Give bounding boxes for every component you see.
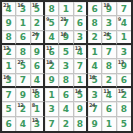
cage-sum: 21: [3, 2, 9, 8]
cell-r2c9[interactable]: 94: [117, 16, 131, 30]
cell-r8c2[interactable]: 122: [16, 102, 30, 116]
cell-digit: 3: [106, 19, 112, 28]
cell-r3c2[interactable]: 6: [16, 31, 30, 45]
cell-r9c9[interactable]: 5: [117, 117, 131, 131]
cell-digit: 4: [92, 62, 98, 71]
cell-r6c1[interactable]: 163: [2, 74, 16, 88]
cell-r6c2[interactable]: 7: [16, 74, 30, 88]
cell-digit: 3: [77, 33, 83, 42]
cell-digit: 1: [63, 5, 69, 14]
cell-digit: 6: [92, 5, 98, 14]
cell-r7c4[interactable]: 1: [45, 88, 59, 102]
cell-digit: 7: [77, 62, 83, 71]
cell-r4c4[interactable]: 116: [45, 45, 59, 59]
cell-r7c6[interactable]: 145: [74, 88, 88, 102]
cell-r2c6[interactable]: 6: [74, 16, 88, 30]
cell-r1c7[interactable]: 6: [88, 2, 102, 16]
cell-digit: 6: [6, 120, 12, 129]
cell-r1c3[interactable]: 155: [31, 2, 45, 16]
cell-digit: 3: [49, 105, 55, 114]
cell-digit: 7: [121, 5, 127, 14]
cell-r1c8[interactable]: 189: [102, 2, 116, 16]
cell-r4c7[interactable]: 1: [88, 45, 102, 59]
cage-sum: 15: [32, 88, 38, 94]
cell-r3c4[interactable]: 4: [45, 31, 59, 45]
cell-r7c1[interactable]: 7: [2, 88, 16, 102]
cell-r8c5[interactable]: 4: [59, 102, 73, 116]
cell-digit: 7: [106, 48, 112, 57]
cage-sum: 9: [46, 16, 49, 22]
cell-digit: 9: [34, 48, 40, 57]
cage-sum: 11: [103, 88, 109, 94]
cell-digit: 6: [121, 76, 127, 85]
cell-r3c3[interactable]: 247: [31, 31, 45, 45]
cell-r6c6[interactable]: 1: [74, 74, 88, 88]
cell-r1c1[interactable]: 214: [2, 2, 16, 16]
cage-sum: 15: [118, 88, 124, 94]
cell-digit: 9: [49, 76, 55, 85]
cell-digit: 8: [49, 5, 55, 14]
cell-r1c5[interactable]: 1: [59, 2, 73, 16]
cell-digit: 9: [20, 91, 26, 100]
cell-digit: 9: [77, 105, 83, 114]
cell-digit: 8: [92, 19, 98, 28]
cell-r4c2[interactable]: 8: [16, 45, 30, 59]
cell-digit: 8: [121, 105, 127, 114]
cell-digit: 9: [6, 19, 12, 28]
cell-r7c9[interactable]: 152: [117, 88, 131, 102]
cell-r3c7[interactable]: 2: [88, 31, 102, 45]
killer-sudoku-board: 2141631558126189791295217683948624741693…: [0, 0, 133, 133]
cell-r9c8[interactable]: 1: [102, 117, 116, 131]
cell-r8c3[interactable]: 81: [31, 102, 45, 116]
cell-r6c8[interactable]: 2: [102, 74, 116, 88]
cage-sum: 27: [17, 59, 23, 65]
cell-digit: 8: [77, 120, 83, 129]
cage-sum: 10: [89, 74, 95, 80]
cell-r4c5[interactable]: 5: [59, 45, 73, 59]
cell-r7c2[interactable]: 9: [16, 88, 30, 102]
cell-r7c3[interactable]: 158: [31, 88, 45, 102]
cell-r2c8[interactable]: 3: [102, 16, 116, 30]
cell-digit: 5: [121, 120, 127, 129]
cell-r1c2[interactable]: 163: [16, 2, 30, 16]
cell-r9c2[interactable]: 4: [16, 117, 30, 131]
cell-r4c1[interactable]: 132: [2, 45, 16, 59]
cell-r5c8[interactable]: 8: [102, 59, 116, 73]
cell-digit: 8: [20, 48, 26, 57]
cell-digit: 3: [121, 48, 127, 57]
cage-sum: 16: [3, 74, 9, 80]
cell-r8c6[interactable]: 9: [74, 102, 88, 116]
cell-r9c3[interactable]: 133: [31, 117, 45, 131]
cell-digit: 4: [63, 105, 69, 114]
cell-r3c9[interactable]: 1: [117, 31, 131, 45]
cell-digit: 2: [77, 5, 83, 14]
cell-r9c7[interactable]: 9: [88, 117, 102, 131]
cell-r6c7[interactable]: 105: [88, 74, 102, 88]
cage-sum: 8: [32, 102, 35, 108]
cage-sum: 13: [3, 45, 9, 51]
cell-r2c7[interactable]: 8: [88, 16, 102, 30]
cell-r6c3[interactable]: 4: [31, 74, 45, 88]
cell-r1c9[interactable]: 7: [117, 2, 131, 16]
cell-digit: 5: [49, 19, 55, 28]
cell-digit: 3: [63, 62, 69, 71]
cell-r1c6[interactable]: 2: [74, 2, 88, 16]
cell-r9c6[interactable]: 8: [74, 117, 88, 131]
cell-r8c8[interactable]: 6: [102, 102, 116, 116]
cell-digit: 2: [63, 120, 69, 129]
cage-sum: 18: [103, 2, 109, 8]
cell-r3c8[interactable]: 245: [102, 31, 116, 45]
cage-sum: 24: [89, 102, 95, 108]
cage-sum: 9: [118, 16, 121, 22]
cage-sum: 24: [32, 31, 38, 37]
cell-digit: 5: [6, 105, 12, 114]
cell-digit: 1: [77, 76, 83, 85]
cell-r6c4[interactable]: 9: [45, 74, 59, 88]
cell-digit: 1: [106, 120, 112, 129]
cell-r7c8[interactable]: 114: [102, 88, 116, 102]
cell-r8c9[interactable]: 8: [117, 102, 131, 116]
cell-r4c3[interactable]: 9: [31, 45, 45, 59]
cage-sum: 21: [60, 16, 66, 22]
cell-digit: 2: [34, 19, 40, 28]
cell-digit: 4: [34, 76, 40, 85]
cell-r3c6[interactable]: 3: [74, 31, 88, 45]
cell-digit: 2: [106, 76, 112, 85]
cell-r9c4[interactable]: 7: [45, 117, 59, 131]
cell-r4c8[interactable]: 7: [102, 45, 116, 59]
cell-r2c2[interactable]: 1: [16, 16, 30, 30]
cell-digit: 1: [121, 33, 127, 42]
cell-digit: 7: [20, 76, 26, 85]
cage-sum: 24: [103, 31, 109, 37]
cell-r5c5[interactable]: 3: [59, 59, 73, 73]
cell-digit: 7: [6, 91, 12, 100]
cell-r9c5[interactable]: 2: [59, 117, 73, 131]
cage-sum: 11: [46, 45, 52, 51]
cell-digit: 6: [20, 33, 26, 42]
cell-digit: 6: [106, 105, 112, 114]
cell-r3c1[interactable]: 8: [2, 31, 16, 45]
cell-r2c3[interactable]: 2: [31, 16, 45, 30]
cell-digit: 8: [63, 76, 69, 85]
cell-r5c7[interactable]: 4: [88, 59, 102, 73]
cell-r5c6[interactable]: 7: [74, 59, 88, 73]
cell-digit: 1: [20, 19, 26, 28]
cell-r7c5[interactable]: 6: [59, 88, 73, 102]
cell-digit: 9: [92, 120, 98, 129]
cell-r2c5[interactable]: 217: [59, 16, 73, 30]
cage-sum: 14: [75, 88, 81, 94]
cell-r5c3[interactable]: 6: [31, 59, 45, 73]
cell-digit: 5: [63, 48, 69, 57]
cell-digit: 6: [34, 62, 40, 71]
cell-r5c9[interactable]: 139: [117, 59, 131, 73]
cell-r9c1[interactable]: 6: [2, 117, 16, 131]
cage-sum: 16: [17, 2, 23, 8]
cell-r2c1[interactable]: 9: [2, 16, 16, 30]
cell-digit: 7: [49, 120, 55, 129]
cell-r4c6[interactable]: 124: [74, 45, 88, 59]
cell-digit: 2: [92, 33, 98, 42]
cell-digit: 8: [106, 62, 112, 71]
cage-sum: 15: [32, 2, 38, 8]
cell-r5c1[interactable]: 1: [2, 59, 16, 73]
cell-r6c5[interactable]: 8: [59, 74, 73, 88]
cell-digit: 4: [49, 33, 55, 42]
cell-digit: 3: [92, 91, 98, 100]
cage-sum: 13: [32, 117, 38, 123]
cell-digit: 1: [49, 91, 55, 100]
cell-r6c9[interactable]: 6: [117, 74, 131, 88]
cell-digit: 1: [6, 62, 12, 71]
cell-r1c4[interactable]: 8: [45, 2, 59, 16]
cell-r5c4[interactable]: 182: [45, 59, 59, 73]
cell-r3c5[interactable]: 169: [59, 31, 73, 45]
cell-digit: 8: [6, 33, 12, 42]
cage-sum: 13: [118, 59, 124, 65]
cell-digit: 1: [92, 48, 98, 57]
cage-sum: 12: [17, 102, 23, 108]
cell-r8c4[interactable]: 3: [45, 102, 59, 116]
cage-sum: 12: [75, 45, 81, 51]
cell-digit: 6: [63, 91, 69, 100]
cell-r8c7[interactable]: 247: [88, 102, 102, 116]
cage-sum: 18: [46, 59, 52, 65]
cell-r2c4[interactable]: 95: [45, 16, 59, 30]
cage-sum: 16: [60, 31, 66, 37]
cell-digit: 6: [77, 19, 83, 28]
cell-digit: 4: [121, 19, 127, 28]
cell-r5c2[interactable]: 275: [16, 59, 30, 73]
cell-r8c1[interactable]: 5: [2, 102, 16, 116]
cell-r4c9[interactable]: 3: [117, 45, 131, 59]
cell-r7c7[interactable]: 3: [88, 88, 102, 102]
cell-digit: 4: [20, 120, 26, 129]
